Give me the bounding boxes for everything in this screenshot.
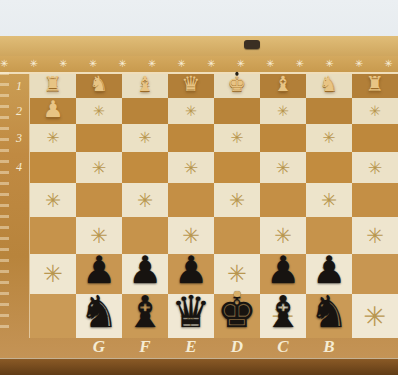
square-g3[interactable] [76,124,122,152]
square-d8[interactable]: ♚ [214,294,260,338]
square-e1[interactable]: ♛ [168,74,214,98]
square-f3[interactable] [122,124,168,152]
chess-board-photo: 1♜♞♝♛♚♝♞♜2♟34♟♟♟♟♟♞♝♛♚♝♞ GFEDCB [0,0,398,375]
piece-wQ-e1[interactable]: ♛ [168,72,214,96]
file-label-e: E [168,336,214,358]
piece-wN-g1[interactable]: ♞ [76,72,122,96]
piece-wB-c1[interactable]: ♝ [260,72,306,96]
square-a3[interactable] [352,124,398,152]
square-b1[interactable]: ♞ [306,74,352,98]
square-h7[interactable] [30,254,76,294]
piece-wR-a1[interactable]: ♜ [352,72,398,96]
square-e3[interactable] [168,124,214,152]
square-c8[interactable]: ♝ [260,294,306,338]
king-finial [235,72,238,75]
square-c5[interactable] [260,183,306,217]
square-f1[interactable]: ♝ [122,74,168,98]
square-f5[interactable] [122,183,168,217]
square-g1[interactable]: ♞ [76,74,122,98]
piece-bK-d8[interactable]: ♚ [214,290,260,334]
square-g2[interactable] [76,98,122,124]
square-e5[interactable] [168,183,214,217]
square-b5[interactable] [306,183,352,217]
piece-wB-f1[interactable]: ♝ [122,72,168,96]
board-front-edge [0,358,398,375]
square-h4[interactable] [30,152,76,183]
square-h8[interactable] [30,294,76,338]
piece-bB-f8[interactable]: ♝ [122,290,168,334]
piece-wP-h2[interactable]: ♟ [30,96,76,122]
square-b4[interactable] [306,152,352,183]
king-finial [234,291,241,298]
left-border-trim [0,72,9,336]
square-f4[interactable] [122,152,168,183]
piece-bN-b8[interactable]: ♞ [306,290,352,334]
square-b3[interactable] [306,124,352,152]
square-h6[interactable] [30,217,76,254]
chess-board: 1♜♞♝♛♚♝♞♜2♟34♟♟♟♟♟♞♝♛♚♝♞ [0,72,398,338]
square-c1[interactable]: ♝ [260,74,306,98]
square-e8[interactable]: ♛ [168,294,214,338]
square-a2[interactable] [352,98,398,124]
square-c2[interactable] [260,98,306,124]
square-a6[interactable] [352,217,398,254]
file-label-d: D [214,336,260,358]
square-g5[interactable] [76,183,122,217]
square-b8[interactable]: ♞ [306,294,352,338]
square-d6[interactable] [214,217,260,254]
square-d2[interactable] [214,98,260,124]
file-labels-row: GFEDCB [0,336,398,358]
piece-wK-d1[interactable]: ♚ [214,72,260,96]
square-a7[interactable] [352,254,398,294]
square-f2[interactable] [122,98,168,124]
file-label-c: C [260,336,306,358]
square-d4[interactable] [214,152,260,183]
piece-bP-e7[interactable]: ♟ [168,250,214,290]
file-label-h [30,336,76,358]
piece-bP-b7[interactable]: ♟ [306,250,352,290]
square-b2[interactable] [306,98,352,124]
ornament-band [0,56,398,72]
square-h3[interactable] [30,124,76,152]
square-a4[interactable] [352,152,398,183]
file-label-a [352,336,398,358]
piece-wR-h1[interactable]: ♜ [30,72,76,96]
piece-bQ-e8[interactable]: ♛ [168,290,214,334]
square-a5[interactable] [352,183,398,217]
board-far-edge [0,36,398,56]
piece-bN-g8[interactable]: ♞ [76,290,122,334]
piece-bP-c7[interactable]: ♟ [260,250,306,290]
square-e4[interactable] [168,152,214,183]
square-c3[interactable] [260,124,306,152]
clasp-icon [244,40,260,49]
square-h1[interactable]: ♜ [30,74,76,98]
piece-bB-c8[interactable]: ♝ [260,290,306,334]
square-d3[interactable] [214,124,260,152]
square-h2[interactable]: ♟ [30,98,76,124]
file-label-f: F [122,336,168,358]
square-d1[interactable]: ♚ [214,74,260,98]
piece-bP-f7[interactable]: ♟ [122,250,168,290]
square-h5[interactable] [30,183,76,217]
file-label-g: G [76,336,122,358]
file-label-b: B [306,336,352,358]
square-c4[interactable] [260,152,306,183]
square-f8[interactable]: ♝ [122,294,168,338]
square-a8[interactable] [352,294,398,338]
square-g4[interactable] [76,152,122,183]
square-e2[interactable] [168,98,214,124]
piece-bP-g7[interactable]: ♟ [76,250,122,290]
piece-wN-b1[interactable]: ♞ [306,72,352,96]
square-g8[interactable]: ♞ [76,294,122,338]
square-d5[interactable] [214,183,260,217]
file-labels-spacer [0,336,30,358]
square-a1[interactable]: ♜ [352,74,398,98]
